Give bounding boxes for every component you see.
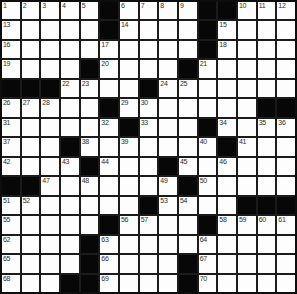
- clue-number-49: 49: [160, 177, 167, 185]
- clue-number-22: 22: [62, 80, 69, 88]
- crossword-cell-r2c3[interactable]: [41, 21, 59, 38]
- crossword-cell-r8c8[interactable]: [140, 138, 158, 155]
- crossword-cell-r4c12[interactable]: [218, 60, 236, 77]
- black-cell-r10c10: [179, 177, 197, 194]
- crossword-cell-r15c15[interactable]: [277, 275, 295, 292]
- clue-number-67: 67: [200, 255, 207, 263]
- clue-number-30: 30: [141, 99, 148, 107]
- crossword-cell-r11c5[interactable]: [81, 197, 99, 214]
- clue-number-3: 3: [42, 2, 46, 10]
- black-cell-r10c1: [2, 177, 20, 194]
- clue-number-69: 69: [101, 275, 108, 283]
- crossword-cell-r9c15[interactable]: [277, 158, 295, 175]
- clue-number-9: 9: [180, 2, 184, 10]
- black-cell-r9c5: [81, 158, 99, 175]
- clue-number-68: 68: [3, 275, 10, 283]
- black-cell-r8c4: [61, 138, 79, 155]
- clue-number-2: 2: [23, 2, 27, 10]
- clue-number-16: 16: [3, 41, 10, 49]
- black-cell-r14c10: [179, 255, 197, 272]
- clue-number-18: 18: [219, 41, 226, 49]
- crossword-cell-r2c1[interactable]: 13: [2, 21, 20, 38]
- crossword-cell-r6c10[interactable]: [179, 99, 197, 116]
- clue-number-8: 8: [160, 2, 164, 10]
- crossword-cell-r11c4[interactable]: [61, 197, 79, 214]
- crossword-cell-r13c7[interactable]: [120, 236, 138, 253]
- crossword-cell-r4c8[interactable]: [140, 60, 158, 77]
- clue-number-47: 47: [42, 177, 49, 185]
- clue-number-65: 65: [3, 255, 10, 263]
- crossword-cell-r5c5[interactable]: 23: [81, 80, 99, 97]
- black-cell-r15c5: [81, 275, 99, 292]
- crossword-cell-r11c2[interactable]: 52: [22, 197, 40, 214]
- crossword-cell-r10c9[interactable]: 49: [159, 177, 177, 194]
- crossword-cell-r6c4[interactable]: [61, 99, 79, 116]
- crossword-cell-r8c3[interactable]: [41, 138, 59, 155]
- crossword-cell-r10c6[interactable]: [100, 177, 118, 194]
- crossword-cell-r13c2[interactable]: [22, 236, 40, 253]
- crossword-cell-r10c3[interactable]: 47: [41, 177, 59, 194]
- clue-number-43: 43: [62, 158, 69, 166]
- crossword-cell-r15c8[interactable]: [140, 275, 158, 292]
- crossword-cell-r8c14[interactable]: [258, 138, 276, 155]
- crossword-cell-r7c6[interactable]: 32: [100, 119, 118, 136]
- crossword-cell-r9c11[interactable]: [199, 158, 217, 175]
- crossword-cell-r12c12[interactable]: 58: [218, 216, 236, 233]
- clue-number-51: 51: [3, 197, 10, 205]
- crossword-cell-r6c5[interactable]: [81, 99, 99, 116]
- clue-number-7: 7: [141, 2, 145, 10]
- crossword-cell-r5c15[interactable]: [277, 80, 295, 97]
- crossword-cell-r8c5[interactable]: 38: [81, 138, 99, 155]
- crossword-cell-r14c14[interactable]: [258, 255, 276, 272]
- clue-number-4: 4: [62, 2, 66, 10]
- clue-number-19: 19: [3, 60, 10, 68]
- crossword-cell-r13c15[interactable]: [277, 236, 295, 253]
- black-cell-r11c13: [238, 197, 256, 214]
- crossword-cell-r1c3[interactable]: 3: [41, 2, 59, 19]
- crossword-cell-r13c8[interactable]: [140, 236, 158, 253]
- crossword-cell-r2c12[interactable]: 15: [218, 21, 236, 38]
- crossword-cell-r2c5[interactable]: [81, 21, 99, 38]
- crossword-cell-r15c12[interactable]: [218, 275, 236, 292]
- crossword-cell-r3c13[interactable]: [238, 41, 256, 58]
- crossword-cell-r2c10[interactable]: [179, 21, 197, 38]
- clue-number-62: 62: [3, 236, 10, 244]
- crossword-cell-r10c4[interactable]: [61, 177, 79, 194]
- crossword-cell-r12c7[interactable]: 56: [120, 216, 138, 233]
- crossword-cell-r3c7[interactable]: [120, 41, 138, 58]
- crossword-cell-r1c4[interactable]: 4: [61, 2, 79, 19]
- crossword-cell-r14c6[interactable]: 66: [100, 255, 118, 272]
- crossword-cell-r4c3[interactable]: [41, 60, 59, 77]
- crossword-cell-r14c9[interactable]: [159, 255, 177, 272]
- crossword-cell-r10c13[interactable]: [238, 177, 256, 194]
- crossword-cell-r4c15[interactable]: [277, 60, 295, 77]
- black-cell-r8c12: [218, 138, 236, 155]
- crossword-cell-r7c3[interactable]: [41, 119, 59, 136]
- black-cell-r10c2: [22, 177, 40, 194]
- crossword-cell-r13c10[interactable]: [179, 236, 197, 253]
- black-cell-r12c6: [100, 216, 118, 233]
- crossword-cell-r9c13[interactable]: [238, 158, 256, 175]
- crossword-cell-r1c8[interactable]: 7: [140, 2, 158, 19]
- crossword-cell-r13c1[interactable]: 62: [2, 236, 20, 253]
- crossword-cell-r8c10[interactable]: [179, 138, 197, 155]
- clue-number-6: 6: [121, 2, 125, 10]
- crossword-cell-r3c5[interactable]: [81, 41, 99, 58]
- clue-number-10: 10: [239, 2, 246, 10]
- black-cell-r1c6: [100, 2, 118, 19]
- crossword-cell-r14c13[interactable]: [238, 255, 256, 272]
- crossword-cell-r7c4[interactable]: [61, 119, 79, 136]
- black-cell-r11c15: [277, 197, 295, 214]
- crossword-cell-r2c8[interactable]: [140, 21, 158, 38]
- clue-number-33: 33: [141, 119, 148, 127]
- crossword-cell-r13c11[interactable]: 64: [199, 236, 217, 253]
- crossword-cell-r7c2[interactable]: [22, 119, 40, 136]
- crossword-cell-r2c14[interactable]: [258, 21, 276, 38]
- crossword-cell-r13c13[interactable]: [238, 236, 256, 253]
- crossword-cell-r14c4[interactable]: [61, 255, 79, 272]
- crossword-cell-r1c10[interactable]: 9: [179, 2, 197, 19]
- clue-number-60: 60: [259, 216, 266, 224]
- crossword-cell-r11c10[interactable]: 54: [179, 197, 197, 214]
- clue-number-24: 24: [160, 80, 167, 88]
- black-cell-r5c1: [2, 80, 20, 97]
- clue-number-39: 39: [121, 138, 128, 146]
- crossword-cell-r15c9[interactable]: [159, 275, 177, 292]
- crossword-cell-r4c13[interactable]: [238, 60, 256, 77]
- crossword-cell-r3c6[interactable]: 17: [100, 41, 118, 58]
- black-cell-r11c14: [258, 197, 276, 214]
- black-cell-r1c12: [218, 2, 236, 19]
- clue-number-42: 42: [3, 158, 10, 166]
- crossword-cell-r8c9[interactable]: [159, 138, 177, 155]
- clue-number-11: 11: [259, 2, 266, 10]
- black-cell-r5c3: [41, 80, 59, 97]
- black-cell-r5c8: [140, 80, 158, 97]
- crossword-cell-r15c6[interactable]: 69: [100, 275, 118, 292]
- clue-number-37: 37: [3, 138, 10, 146]
- crossword-cell-r8c1[interactable]: 37: [2, 138, 20, 155]
- clue-number-61: 61: [278, 216, 285, 224]
- clue-number-34: 34: [219, 119, 226, 127]
- clue-number-56: 56: [121, 216, 128, 224]
- black-cell-r6c15: [277, 99, 295, 116]
- clue-number-14: 14: [121, 21, 128, 29]
- crossword-cell-r14c15[interactable]: [277, 255, 295, 272]
- clue-number-25: 25: [180, 80, 187, 88]
- crossword-cell-r6c1[interactable]: 26: [2, 99, 20, 116]
- crossword-cell-r7c14[interactable]: 35: [258, 119, 276, 136]
- crossword-cell-r5c12[interactable]: [218, 80, 236, 97]
- crossword-cell-r7c13[interactable]: [238, 119, 256, 136]
- crossword-cell-r15c14[interactable]: [258, 275, 276, 292]
- black-cell-r15c4: [61, 275, 79, 292]
- crossword-cell-r2c7[interactable]: 14: [120, 21, 138, 38]
- crossword-cell-r10c7[interactable]: [120, 177, 138, 194]
- crossword-cell-r1c13[interactable]: 10: [238, 2, 256, 19]
- crossword-cell-r5c11[interactable]: [199, 80, 217, 97]
- crossword-cell-r14c3[interactable]: [41, 255, 59, 272]
- crossword-cell-r3c3[interactable]: [41, 41, 59, 58]
- clue-number-58: 58: [219, 216, 226, 224]
- crossword-cell-r7c5[interactable]: [81, 119, 99, 136]
- crossword-cell-r4c4[interactable]: [61, 60, 79, 77]
- clue-number-13: 13: [3, 21, 10, 29]
- crossword-cell-r6c8[interactable]: 30: [140, 99, 158, 116]
- crossword-cell-r13c6[interactable]: 63: [100, 236, 118, 253]
- crossword-cell-r5c9[interactable]: 24: [159, 80, 177, 97]
- black-cell-r6c14: [258, 99, 276, 116]
- clue-number-66: 66: [101, 255, 108, 263]
- crossword-cell-r5c10[interactable]: 25: [179, 80, 197, 97]
- crossword-cell-r7c12[interactable]: 34: [218, 119, 236, 136]
- crossword-cell-r6c9[interactable]: [159, 99, 177, 116]
- black-cell-r1c11: [199, 2, 217, 19]
- crossword-cell-r11c1[interactable]: 51: [2, 197, 20, 214]
- crossword-cell-r4c2[interactable]: [22, 60, 40, 77]
- crossword-cell-r1c2[interactable]: 2: [22, 2, 40, 19]
- crossword-cell-r2c2[interactable]: [22, 21, 40, 38]
- crossword-cell-r12c9[interactable]: [159, 216, 177, 233]
- black-cell-r14c5: [81, 255, 99, 272]
- crossword-cell-r8c13[interactable]: 41: [238, 138, 256, 155]
- crossword-cell-r4c9[interactable]: [159, 60, 177, 77]
- black-cell-r4c10: [179, 60, 197, 77]
- crossword-cell-r6c13[interactable]: [238, 99, 256, 116]
- crossword-cell-r12c8[interactable]: 57: [140, 216, 158, 233]
- clue-number-17: 17: [101, 41, 108, 49]
- crossword-cell-r10c15[interactable]: [277, 177, 295, 194]
- clue-number-50: 50: [200, 177, 207, 185]
- crossword-cell-r11c3[interactable]: [41, 197, 59, 214]
- crossword-cell-r3c8[interactable]: [140, 41, 158, 58]
- crossword-cell-r5c7[interactable]: [120, 80, 138, 97]
- crossword-cell-r4c6[interactable]: 20: [100, 60, 118, 77]
- crossword-cell-r2c13[interactable]: [238, 21, 256, 38]
- clue-number-40: 40: [200, 138, 207, 146]
- crossword-cell-r7c15[interactable]: 36: [277, 119, 295, 136]
- clue-number-70: 70: [200, 275, 207, 283]
- crossword-cell-r8c6[interactable]: [100, 138, 118, 155]
- crossword-cell-r15c2[interactable]: [22, 275, 40, 292]
- crossword-cell-r6c2[interactable]: 27: [22, 99, 40, 116]
- crossword-cell-r3c1[interactable]: 16: [2, 41, 20, 58]
- black-cell-r11c8: [140, 197, 158, 214]
- clue-number-53: 53: [160, 197, 167, 205]
- crossword-cell-r8c15[interactable]: [277, 138, 295, 155]
- crossword-cell-r1c5[interactable]: 5: [81, 2, 99, 19]
- crossword-cell-r1c14[interactable]: 11: [258, 2, 276, 19]
- crossword-cell-r14c8[interactable]: [140, 255, 158, 272]
- clue-number-35: 35: [259, 119, 266, 127]
- crossword-cell-r5c14[interactable]: [258, 80, 276, 97]
- clue-number-46: 46: [219, 158, 226, 166]
- crossword-cell-r6c3[interactable]: 28: [41, 99, 59, 116]
- crossword-cell-r9c8[interactable]: [140, 158, 158, 175]
- black-cell-r7c11: [199, 119, 217, 136]
- crossword-cell-r12c4[interactable]: [61, 216, 79, 233]
- crossword-cell-r1c15[interactable]: 12: [277, 2, 295, 19]
- crossword-cell-r15c11[interactable]: 70: [199, 275, 217, 292]
- crossword-cell-r13c12[interactable]: [218, 236, 236, 253]
- crossword-cell-r14c7[interactable]: [120, 255, 138, 272]
- crossword-cell-r11c12[interactable]: [218, 197, 236, 214]
- crossword-cell-r12c15[interactable]: 61: [277, 216, 295, 233]
- black-cell-r5c2: [22, 80, 40, 97]
- crossword-cell-r9c7[interactable]: [120, 158, 138, 175]
- crossword-cell-r9c1[interactable]: 42: [2, 158, 20, 175]
- crossword-cell-r12c3[interactable]: [41, 216, 59, 233]
- crossword-cell-r10c14[interactable]: [258, 177, 276, 194]
- crossword-cell-r15c1[interactable]: 68: [2, 275, 20, 292]
- crossword-cell-r4c11[interactable]: 21: [199, 60, 217, 77]
- clue-number-38: 38: [82, 138, 89, 146]
- crossword-cell-r5c4[interactable]: 22: [61, 80, 79, 97]
- clue-number-23: 23: [82, 80, 89, 88]
- clue-number-45: 45: [180, 158, 187, 166]
- crossword-cell-r14c2[interactable]: [22, 255, 40, 272]
- crossword-cell-r3c12[interactable]: 18: [218, 41, 236, 58]
- crossword-cell-r11c9[interactable]: 53: [159, 197, 177, 214]
- clue-number-44: 44: [101, 158, 108, 166]
- clue-number-48: 48: [82, 177, 89, 185]
- crossword-cell-r1c1[interactable]: 1: [2, 2, 20, 19]
- crossword-cell-r11c11[interactable]: [199, 197, 217, 214]
- crossword-cell-r3c4[interactable]: [61, 41, 79, 58]
- clue-number-57: 57: [141, 216, 148, 224]
- clue-number-63: 63: [101, 236, 108, 244]
- crossword-cell-r7c1[interactable]: 31: [2, 119, 20, 136]
- crossword-cell-r3c9[interactable]: [159, 41, 177, 58]
- crossword-cell-r12c14[interactable]: 60: [258, 216, 276, 233]
- crossword-cell-r2c9[interactable]: [159, 21, 177, 38]
- clue-number-1: 1: [3, 2, 7, 10]
- crossword-cell-r9c3[interactable]: [41, 158, 59, 175]
- crossword-cell-r10c8[interactable]: [140, 177, 158, 194]
- clue-number-52: 52: [23, 197, 30, 205]
- clue-number-12: 12: [278, 2, 285, 10]
- crossword-cell-r10c5[interactable]: 48: [81, 177, 99, 194]
- crossword-cell-r10c12[interactable]: [218, 177, 236, 194]
- black-cell-r3c11: [199, 41, 217, 58]
- black-cell-r9c9: [159, 158, 177, 175]
- crossword-cell-r12c10[interactable]: [179, 216, 197, 233]
- crossword-cell-r7c10[interactable]: [179, 119, 197, 136]
- crossword-cell-r4c14[interactable]: [258, 60, 276, 77]
- crossword-cell-r13c9[interactable]: [159, 236, 177, 253]
- black-cell-r2c11: [199, 21, 217, 38]
- crossword-cell-r1c7[interactable]: 6: [120, 2, 138, 19]
- clue-number-20: 20: [101, 60, 108, 68]
- black-cell-r12c11: [199, 216, 217, 233]
- crossword-cell-r14c1[interactable]: 65: [2, 255, 20, 272]
- clue-number-15: 15: [219, 21, 226, 29]
- clue-number-64: 64: [200, 236, 207, 244]
- clue-number-21: 21: [200, 60, 207, 68]
- clue-number-31: 31: [3, 119, 10, 127]
- black-cell-r6c6: [100, 99, 118, 116]
- crossword-cell-r6c12[interactable]: [218, 99, 236, 116]
- clue-number-54: 54: [180, 197, 187, 205]
- crossword-cell-r8c2[interactable]: [22, 138, 40, 155]
- crossword-cell-r7c8[interactable]: 33: [140, 119, 158, 136]
- clue-number-27: 27: [23, 99, 30, 107]
- crossword-cell-r9c12[interactable]: 46: [218, 158, 236, 175]
- crossword-cell-r12c13[interactable]: 59: [238, 216, 256, 233]
- crossword-cell-r8c11[interactable]: 40: [199, 138, 217, 155]
- crossword-cell-r3c10[interactable]: [179, 41, 197, 58]
- clue-number-32: 32: [101, 119, 108, 127]
- crossword-cell-r15c3[interactable]: [41, 275, 59, 292]
- clue-number-59: 59: [239, 216, 246, 224]
- crossword-cell-r2c4[interactable]: [61, 21, 79, 38]
- crossword-cell-r9c2[interactable]: [22, 158, 40, 175]
- crossword-cell-r6c11[interactable]: [199, 99, 217, 116]
- crossword-cell-r9c6[interactable]: 44: [100, 158, 118, 175]
- crossword-cell-r1c9[interactable]: 8: [159, 2, 177, 19]
- crossword-cell-r12c5[interactable]: [81, 216, 99, 233]
- crossword-cell-r12c1[interactable]: 55: [2, 216, 20, 233]
- crossword-cell-r9c14[interactable]: [258, 158, 276, 175]
- crossword-cell-r6c7[interactable]: 29: [120, 99, 138, 116]
- black-cell-r2c6: [100, 21, 118, 38]
- clue-number-28: 28: [42, 99, 49, 107]
- clue-number-41: 41: [239, 138, 246, 146]
- clue-number-5: 5: [82, 2, 86, 10]
- crossword-cell-r9c10[interactable]: 45: [179, 158, 197, 175]
- crossword-cell-r10c11[interactable]: 50: [199, 177, 217, 194]
- crossword-cell-r2c15[interactable]: [277, 21, 295, 38]
- crossword-grid: 1234567891011121314151617181920212223242…: [0, 0, 297, 294]
- crossword-cell-r4c7[interactable]: [120, 60, 138, 77]
- crossword-cell-r15c7[interactable]: [120, 275, 138, 292]
- crossword-cell-r13c14[interactable]: [258, 236, 276, 253]
- clue-number-36: 36: [278, 119, 285, 127]
- black-cell-r13c5: [81, 236, 99, 253]
- crossword-cell-r15c13[interactable]: [238, 275, 256, 292]
- clue-number-29: 29: [121, 99, 128, 107]
- black-cell-r15c10: [179, 275, 197, 292]
- crossword-cell-r4c1[interactable]: 19: [2, 60, 20, 77]
- crossword-cell-r3c15[interactable]: [277, 41, 295, 58]
- crossword-cell-r12c2[interactable]: [22, 216, 40, 233]
- crossword-cell-r5c6[interactable]: [100, 80, 118, 97]
- crossword-cell-r9c4[interactable]: 43: [61, 158, 79, 175]
- crossword-cell-r11c7[interactable]: [120, 197, 138, 214]
- crossword-cell-r14c11[interactable]: 67: [199, 255, 217, 272]
- crossword-cell-r5c13[interactable]: [238, 80, 256, 97]
- clue-number-26: 26: [3, 99, 10, 107]
- black-cell-r4c5: [81, 60, 99, 77]
- crossword-cell-r8c7[interactable]: 39: [120, 138, 138, 155]
- crossword-cell-r13c3[interactable]: [41, 236, 59, 253]
- crossword-cell-r7c9[interactable]: [159, 119, 177, 136]
- black-cell-r7c7: [120, 119, 138, 136]
- crossword-cell-r3c2[interactable]: [22, 41, 40, 58]
- crossword-cell-r3c14[interactable]: [258, 41, 276, 58]
- crossword-cell-r13c4[interactable]: [61, 236, 79, 253]
- crossword-cell-r11c6[interactable]: [100, 197, 118, 214]
- clue-number-55: 55: [3, 216, 10, 224]
- crossword-cell-r14c12[interactable]: [218, 255, 236, 272]
